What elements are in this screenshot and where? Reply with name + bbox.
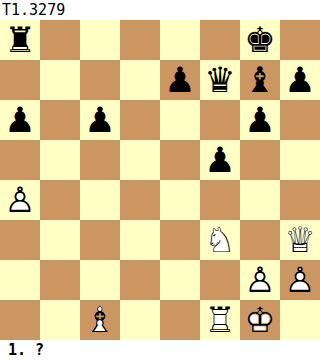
square-e8[interactable] <box>160 20 200 60</box>
square-f3[interactable]: ♞♘ <box>200 220 240 260</box>
square-d3[interactable] <box>120 220 160 260</box>
square-c5[interactable] <box>80 140 120 180</box>
square-d8[interactable] <box>120 20 160 60</box>
square-d7[interactable] <box>120 60 160 100</box>
square-h1[interactable] <box>280 300 320 340</box>
square-g8[interactable]: ♚ <box>240 20 280 60</box>
square-d5[interactable] <box>120 140 160 180</box>
square-g4[interactable] <box>240 180 280 220</box>
square-g1[interactable]: ♚♔ <box>240 300 280 340</box>
square-b4[interactable] <box>40 180 80 220</box>
square-e6[interactable] <box>160 100 200 140</box>
square-a2[interactable] <box>0 260 40 300</box>
square-d4[interactable] <box>120 180 160 220</box>
square-b7[interactable] <box>40 60 80 100</box>
square-g5[interactable] <box>240 140 280 180</box>
chess-board: ♜♚♟♛♝♟♟♟♟♟♟♙♞♘♛♕♟♙♟♙♝♗♜♖♚♔ <box>0 20 320 340</box>
square-b3[interactable] <box>40 220 80 260</box>
square-g3[interactable] <box>240 220 280 260</box>
square-b6[interactable] <box>40 100 80 140</box>
square-f4[interactable] <box>200 180 240 220</box>
square-c7[interactable] <box>80 60 120 100</box>
square-h8[interactable] <box>280 20 320 60</box>
square-c2[interactable] <box>80 260 120 300</box>
square-b5[interactable] <box>40 140 80 180</box>
square-a8[interactable]: ♜ <box>0 20 40 60</box>
square-b2[interactable] <box>40 260 80 300</box>
square-h3[interactable]: ♛♕ <box>280 220 320 260</box>
square-d2[interactable] <box>120 260 160 300</box>
square-a6[interactable]: ♟ <box>0 100 40 140</box>
square-g6[interactable]: ♟ <box>240 100 280 140</box>
square-b8[interactable] <box>40 20 80 60</box>
square-a3[interactable] <box>0 220 40 260</box>
square-a7[interactable] <box>0 60 40 100</box>
square-f7[interactable]: ♛ <box>200 60 240 100</box>
square-f1[interactable]: ♜♖ <box>200 300 240 340</box>
square-h5[interactable] <box>280 140 320 180</box>
square-d6[interactable] <box>120 100 160 140</box>
square-h4[interactable] <box>280 180 320 220</box>
square-h7[interactable]: ♟ <box>280 60 320 100</box>
square-e1[interactable] <box>160 300 200 340</box>
square-c6[interactable]: ♟ <box>80 100 120 140</box>
square-f8[interactable] <box>200 20 240 60</box>
square-c4[interactable] <box>80 180 120 220</box>
square-a5[interactable] <box>0 140 40 180</box>
square-f5[interactable]: ♟ <box>200 140 240 180</box>
square-h6[interactable] <box>280 100 320 140</box>
square-g7[interactable]: ♝ <box>240 60 280 100</box>
puzzle-id: T1.3279 <box>0 0 320 20</box>
square-h2[interactable]: ♟♙ <box>280 260 320 300</box>
square-e7[interactable]: ♟ <box>160 60 200 100</box>
square-e5[interactable] <box>160 140 200 180</box>
square-e4[interactable] <box>160 180 200 220</box>
square-c3[interactable] <box>80 220 120 260</box>
square-e2[interactable] <box>160 260 200 300</box>
square-b1[interactable] <box>40 300 80 340</box>
square-c8[interactable] <box>80 20 120 60</box>
square-a4[interactable]: ♟♙ <box>0 180 40 220</box>
move-prompt: 1. ? <box>0 340 320 360</box>
square-f2[interactable] <box>200 260 240 300</box>
square-f6[interactable] <box>200 100 240 140</box>
square-g2[interactable]: ♟♙ <box>240 260 280 300</box>
square-e3[interactable] <box>160 220 200 260</box>
square-d1[interactable] <box>120 300 160 340</box>
square-a1[interactable] <box>0 300 40 340</box>
square-c1[interactable]: ♝♗ <box>80 300 120 340</box>
